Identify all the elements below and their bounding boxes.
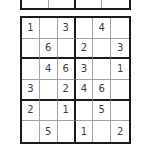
cell-r6c4-given[interactable]: 1 (76, 121, 94, 142)
cell-r5c5-given[interactable]: 5 (93, 101, 111, 122)
cell-r2c5-empty[interactable] (93, 39, 111, 60)
cell-r4c1-given[interactable]: 3 (22, 80, 40, 101)
cell-r3c2-given[interactable]: 4 (40, 59, 58, 80)
cell-r5c2-empty[interactable] (40, 101, 58, 122)
cell-r1c3-given[interactable]: 3 (58, 18, 76, 39)
cell-r2c4-given[interactable]: 2 (76, 39, 94, 60)
cell-r6c1-empty[interactable] (22, 121, 40, 142)
cell-r4c3-given[interactable]: 2 (58, 80, 76, 101)
cell-r6c3-empty[interactable] (58, 121, 76, 142)
cell-r3c1-empty[interactable] (22, 59, 40, 80)
cell-r2c6-given[interactable]: 3 (111, 39, 129, 60)
cell-r1c6-empty[interactable] (111, 18, 129, 39)
cell-r1c5-given[interactable]: 4 (93, 18, 111, 39)
cell-r6c5-empty[interactable] (93, 121, 111, 142)
cell-r3c6-given[interactable]: 1 (111, 59, 129, 80)
partial-cell-c1 (22, 0, 49, 8)
cell-r2c2-given[interactable]: 6 (40, 39, 58, 60)
cell-r5c3-given[interactable]: 1 (58, 101, 76, 122)
cell-r4c2-empty[interactable] (40, 80, 58, 101)
cell-r6c6-given[interactable]: 2 (111, 121, 129, 142)
cell-r1c4-empty[interactable] (76, 18, 94, 39)
cell-r4c5-given[interactable]: 6 (93, 80, 111, 101)
cell-r5c1-given[interactable]: 2 (22, 101, 40, 122)
cell-r5c6-empty[interactable] (111, 101, 129, 122)
cell-r4c4-given[interactable]: 4 (76, 80, 94, 101)
cell-r3c3-given[interactable]: 6 (58, 59, 76, 80)
cell-r3c5-empty[interactable] (93, 59, 111, 80)
partial-cell-c3 (76, 0, 103, 8)
cell-r1c2-empty[interactable] (40, 18, 58, 39)
cell-r6c2-given[interactable]: 5 (40, 121, 58, 142)
sudoku-grid: 13462346313246215512 (20, 16, 131, 144)
cell-r4c6-empty[interactable] (111, 80, 129, 101)
cell-r2c1-empty[interactable] (22, 39, 40, 60)
cell-r1c1-given[interactable]: 1 (22, 18, 40, 39)
partial-cell-c4 (102, 0, 129, 8)
partial-cell-c2 (49, 0, 76, 8)
screen: 13462346313246215512 (0, 0, 150, 150)
partial-grid-above (20, 0, 131, 10)
cell-r3c4-given[interactable]: 3 (76, 59, 94, 80)
cell-r2c3-empty[interactable] (58, 39, 76, 60)
cell-r5c4-empty[interactable] (76, 101, 94, 122)
